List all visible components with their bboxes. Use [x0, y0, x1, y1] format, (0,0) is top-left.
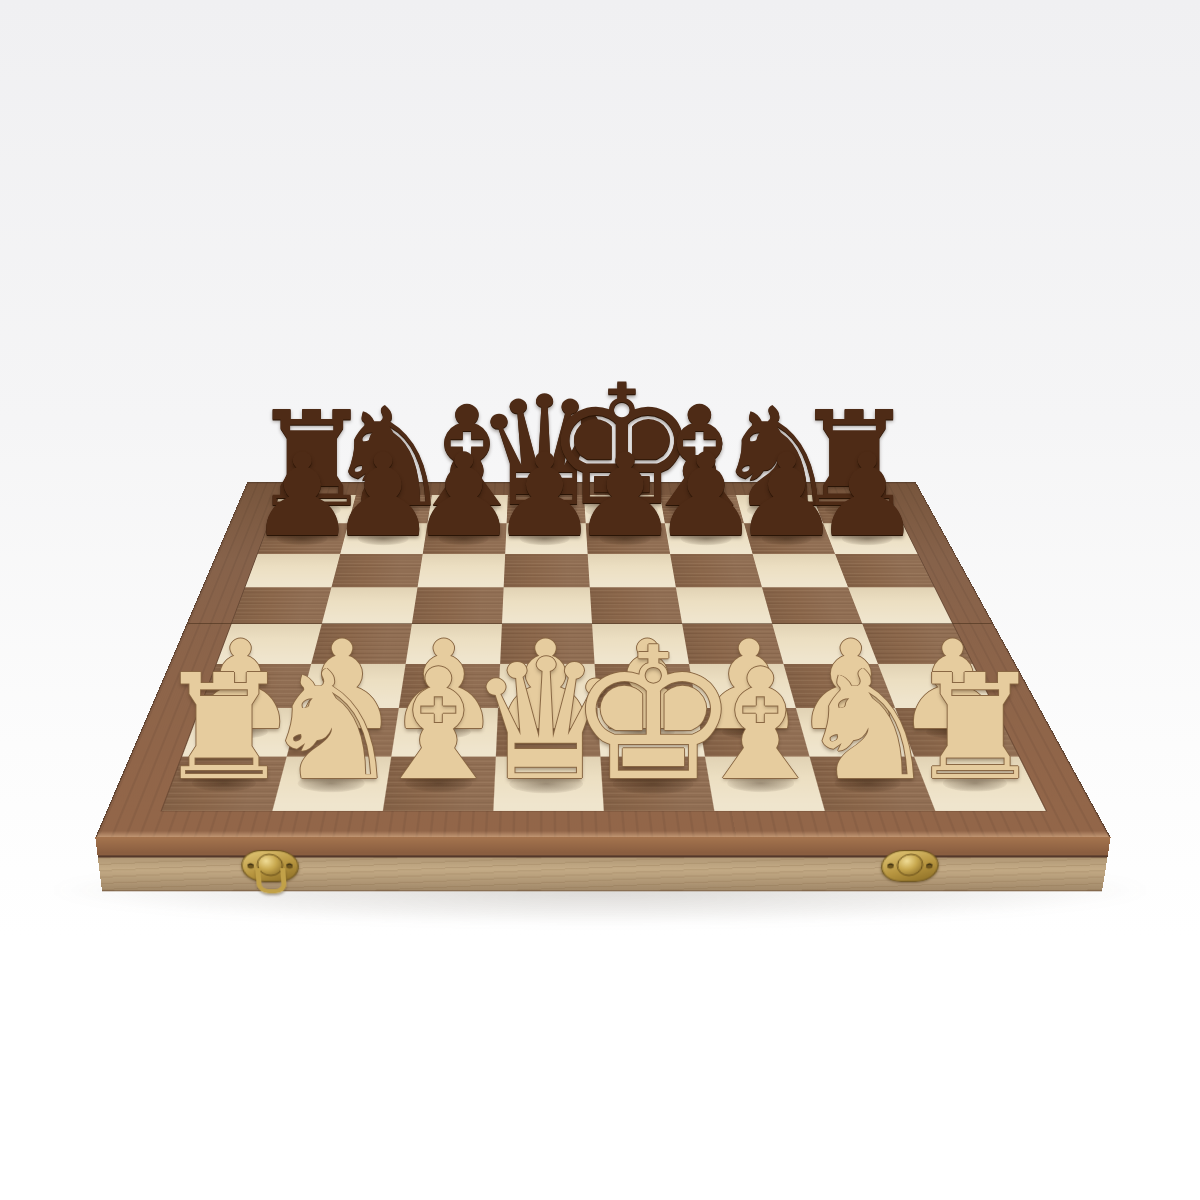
pieces-layer: ♜♞♝♛♚♝♞♜♟♟♟♟♟♟♟♟♟♟♟♟♟♟♟♟♜♞♝♛♚♝♞♜	[0, 0, 1200, 1200]
piece-white-rook-h1[interactable]: ♜	[907, 656, 1044, 801]
piece-black-pawn-h7[interactable]: ♟	[813, 438, 921, 553]
scene: ♜♞♝♛♚♝♞♜♟♟♟♟♟♟♟♟♟♟♟♟♟♟♟♟♜♞♝♛♚♝♞♜	[0, 0, 1200, 1200]
